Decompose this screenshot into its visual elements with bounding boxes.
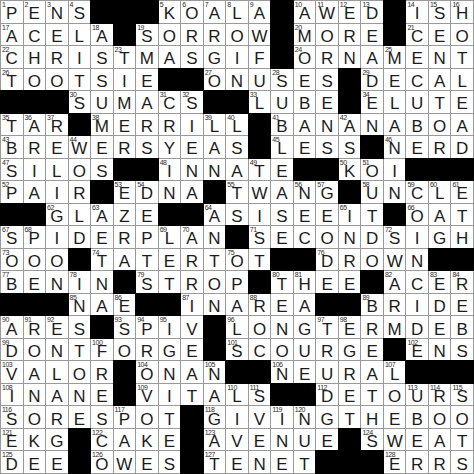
letter-cell[interactable]: 78I — [69, 271, 91, 293]
letter-cell[interactable]: 93S — [114, 316, 136, 338]
letter-cell[interactable]: E — [429, 316, 451, 338]
letter-cell[interactable]: 126O — [91, 451, 113, 473]
letter-cell[interactable]: T — [451, 204, 473, 226]
letter-cell[interactable]: 55T — [226, 181, 248, 203]
letter-cell[interactable]: O — [159, 24, 181, 46]
letter-cell[interactable]: O — [316, 24, 338, 46]
letter-cell[interactable]: 31C — [159, 91, 181, 113]
letter-cell[interactable]: 2E — [24, 1, 46, 23]
letter-cell[interactable]: R — [181, 249, 203, 271]
letter-cell[interactable]: 24O — [294, 46, 316, 68]
letter-cell[interactable]: I — [406, 294, 428, 316]
letter-cell[interactable]: O — [226, 24, 248, 46]
letter-cell[interactable]: E — [46, 24, 68, 46]
letter-cell[interactable]: D — [406, 316, 428, 338]
letter-cell[interactable]: A — [24, 361, 46, 383]
letter-cell[interactable]: 36A — [24, 114, 46, 136]
letter-cell[interactable]: O — [316, 226, 338, 248]
letter-cell[interactable]: 96L — [226, 316, 248, 338]
letter-cell[interactable]: 11W — [316, 1, 338, 23]
letter-cell[interactable]: O — [271, 339, 293, 361]
letter-cell[interactable]: E — [339, 271, 361, 293]
letter-cell[interactable]: O — [249, 316, 271, 338]
letter-cell[interactable]: 5K — [159, 1, 181, 23]
letter-cell[interactable]: R — [24, 136, 46, 158]
letter-cell[interactable]: L — [46, 159, 68, 181]
letter-cell[interactable]: T — [451, 429, 473, 451]
letter-cell[interactable]: S — [91, 69, 113, 91]
letter-cell[interactable]: E — [91, 384, 113, 406]
letter-cell[interactable]: 119I — [271, 406, 293, 428]
letter-cell[interactable]: 113U — [406, 384, 428, 406]
letter-cell[interactable]: O — [24, 249, 46, 271]
letter-cell[interactable]: 17A — [1, 24, 23, 46]
letter-cell[interactable]: C — [24, 24, 46, 46]
letter-cell[interactable]: B — [451, 316, 473, 338]
letter-cell[interactable]: 128E — [384, 451, 406, 473]
letter-cell[interactable]: M — [136, 46, 158, 68]
letter-cell[interactable]: 19S — [136, 24, 158, 46]
letter-cell[interactable]: 103V — [1, 361, 23, 383]
letter-cell[interactable]: Z — [114, 204, 136, 226]
letter-cell[interactable]: 25M — [384, 46, 406, 68]
letter-cell[interactable]: 67S — [1, 226, 23, 248]
letter-cell[interactable]: T — [69, 69, 91, 91]
letter-cell[interactable]: 32S — [181, 91, 203, 113]
letter-cell[interactable]: T — [429, 91, 451, 113]
letter-cell[interactable]: U — [294, 339, 316, 361]
letter-cell[interactable]: 69L — [159, 226, 181, 248]
letter-cell[interactable]: S — [69, 316, 91, 338]
letter-cell[interactable]: E — [249, 429, 271, 451]
letter-cell[interactable]: 26T — [1, 69, 23, 91]
letter-cell[interactable]: E — [384, 69, 406, 91]
letter-cell[interactable]: I — [406, 226, 428, 248]
letter-cell[interactable]: O — [429, 406, 451, 428]
letter-cell[interactable]: G — [429, 226, 451, 248]
letter-cell[interactable]: 21C — [406, 24, 428, 46]
letter-cell[interactable]: 108I — [1, 384, 23, 406]
letter-cell[interactable]: B — [294, 91, 316, 113]
letter-cell[interactable]: 112D — [316, 384, 338, 406]
letter-cell[interactable]: 72S — [384, 226, 406, 248]
letter-cell[interactable]: 77B — [1, 271, 23, 293]
letter-cell[interactable]: 3N — [46, 1, 68, 23]
letter-cell[interactable]: 1P — [1, 1, 23, 23]
letter-cell[interactable]: N — [361, 114, 383, 136]
letter-cell[interactable]: A — [114, 429, 136, 451]
letter-cell[interactable]: 83E — [429, 271, 451, 293]
letter-cell[interactable]: S — [271, 204, 293, 226]
letter-cell[interactable]: R — [136, 114, 158, 136]
letter-cell[interactable]: N — [316, 114, 338, 136]
letter-cell[interactable]: C — [249, 339, 271, 361]
letter-cell[interactable]: R — [46, 406, 68, 428]
letter-cell[interactable]: A — [451, 114, 473, 136]
letter-cell[interactable]: 12E — [339, 1, 361, 23]
letter-cell[interactable]: H — [451, 226, 473, 248]
letter-cell[interactable]: N — [69, 384, 91, 406]
letter-cell[interactable]: 107L — [384, 361, 406, 383]
letter-cell[interactable]: 122C — [91, 429, 113, 451]
letter-cell[interactable]: 56N — [294, 181, 316, 203]
letter-cell[interactable]: T — [339, 406, 361, 428]
letter-cell[interactable]: E — [91, 226, 113, 248]
letter-cell[interactable]: E — [406, 136, 428, 158]
letter-cell[interactable]: A — [159, 46, 181, 68]
letter-cell[interactable]: 30S — [69, 91, 91, 113]
letter-cell[interactable]: N — [406, 249, 428, 271]
letter-cell[interactable]: O — [46, 249, 68, 271]
letter-cell[interactable]: 86E — [114, 294, 136, 316]
letter-cell[interactable]: N — [204, 226, 226, 248]
letter-cell[interactable]: N — [384, 181, 406, 203]
letter-cell[interactable]: U — [271, 91, 293, 113]
letter-cell[interactable]: 60L — [429, 181, 451, 203]
letter-cell[interactable]: T — [69, 339, 91, 361]
letter-cell[interactable]: 105N — [204, 361, 226, 383]
letter-cell[interactable]: O — [384, 384, 406, 406]
letter-cell[interactable]: 65I — [339, 204, 361, 226]
letter-cell[interactable]: A — [91, 294, 113, 316]
letter-cell[interactable]: R — [316, 46, 338, 68]
letter-cell[interactable]: T — [136, 249, 158, 271]
letter-cell[interactable]: U — [316, 361, 338, 383]
letter-cell[interactable]: 74T — [91, 249, 113, 271]
letter-cell[interactable]: A — [384, 114, 406, 136]
letter-cell[interactable]: 101S — [226, 339, 248, 361]
letter-cell[interactable]: E — [361, 24, 383, 46]
letter-cell[interactable]: E — [429, 24, 451, 46]
letter-cell[interactable]: A — [429, 204, 451, 226]
letter-cell[interactable]: T — [204, 249, 226, 271]
letter-cell[interactable]: V — [249, 406, 271, 428]
letter-cell[interactable]: G — [316, 406, 338, 428]
letter-cell[interactable]: B — [406, 114, 428, 136]
letter-cell[interactable]: A — [294, 114, 316, 136]
letter-cell[interactable]: R — [136, 339, 158, 361]
letter-cell[interactable]: 10A — [294, 1, 316, 23]
letter-cell[interactable]: N — [159, 181, 181, 203]
letter-cell[interactable]: S — [451, 451, 473, 473]
letter-cell[interactable]: V — [181, 316, 203, 338]
letter-cell[interactable]: O — [69, 159, 91, 181]
letter-cell[interactable]: 98E — [339, 316, 361, 338]
letter-cell[interactable]: L — [46, 361, 68, 383]
letter-cell[interactable]: S — [316, 136, 338, 158]
letter-cell[interactable]: I — [69, 46, 91, 68]
letter-cell[interactable]: N — [271, 429, 293, 451]
letter-cell[interactable]: 37R — [46, 114, 68, 136]
letter-cell[interactable]: D — [361, 226, 383, 248]
letter-cell[interactable]: R — [159, 114, 181, 136]
letter-cell[interactable]: 29D — [361, 69, 383, 91]
letter-cell[interactable]: Y — [159, 136, 181, 158]
letter-cell[interactable]: 28S — [271, 69, 293, 91]
letter-cell[interactable]: G — [159, 339, 181, 361]
letter-cell[interactable]: 92E — [46, 316, 68, 338]
letter-cell[interactable]: A — [136, 91, 158, 113]
letter-cell[interactable]: 45L — [271, 136, 293, 158]
letter-cell[interactable]: 81H — [294, 271, 316, 293]
letter-cell[interactable]: O — [136, 406, 158, 428]
letter-cell[interactable]: B — [406, 406, 428, 428]
letter-cell[interactable]: 54D — [136, 181, 158, 203]
letter-cell[interactable]: 84R — [451, 271, 473, 293]
letter-cell[interactable]: I — [46, 226, 68, 248]
letter-cell[interactable]: 14I — [406, 1, 428, 23]
letter-cell[interactable]: R — [204, 24, 226, 46]
letter-cell[interactable]: A — [204, 136, 226, 158]
letter-cell[interactable]: A — [204, 384, 226, 406]
letter-cell[interactable]: T — [361, 384, 383, 406]
letter-cell[interactable]: D — [451, 136, 473, 158]
letter-cell[interactable]: M — [114, 91, 136, 113]
letter-cell[interactable]: T — [249, 249, 271, 271]
letter-cell[interactable]: T — [159, 271, 181, 293]
letter-cell[interactable]: 71S — [249, 226, 271, 248]
letter-cell[interactable]: K — [24, 429, 46, 451]
letter-cell[interactable]: E — [136, 204, 158, 226]
letter-cell[interactable]: O — [204, 271, 226, 293]
letter-cell[interactable]: 27O — [204, 69, 226, 91]
letter-cell[interactable]: E — [316, 204, 338, 226]
letter-cell[interactable]: E — [406, 46, 428, 68]
letter-cell[interactable]: 120N — [294, 406, 316, 428]
letter-cell[interactable]: O — [451, 406, 473, 428]
letter-cell[interactable]: A — [226, 294, 248, 316]
letter-cell[interactable]: O — [361, 249, 383, 271]
letter-cell[interactable]: L — [69, 24, 91, 46]
letter-cell[interactable]: E — [316, 429, 338, 451]
letter-cell[interactable]: E — [114, 114, 136, 136]
letter-cell[interactable]: I — [181, 114, 203, 136]
letter-cell[interactable]: 90A — [1, 316, 23, 338]
letter-cell[interactable]: 94P — [136, 316, 158, 338]
letter-cell[interactable]: S — [159, 451, 181, 473]
letter-cell[interactable]: 62G — [46, 204, 68, 226]
letter-cell[interactable]: I — [159, 384, 181, 406]
letter-cell[interactable]: T — [361, 204, 383, 226]
letter-cell[interactable]: U — [249, 69, 271, 91]
letter-cell[interactable]: S — [226, 204, 248, 226]
letter-cell[interactable]: E — [46, 136, 68, 158]
letter-cell[interactable]: 57G — [316, 181, 338, 203]
letter-cell[interactable]: S — [226, 136, 248, 158]
letter-cell[interactable]: P — [136, 226, 158, 248]
letter-cell[interactable]: 40L — [226, 114, 248, 136]
letter-cell[interactable]: 87I — [181, 294, 203, 316]
letter-cell[interactable]: W — [384, 429, 406, 451]
letter-cell[interactable]: G — [294, 316, 316, 338]
letter-cell[interactable]: N — [339, 46, 361, 68]
letter-cell[interactable]: N — [91, 271, 113, 293]
letter-cell[interactable]: 97T — [316, 316, 338, 338]
letter-cell[interactable]: 13D — [361, 1, 383, 23]
letter-cell[interactable]: E — [271, 226, 293, 248]
letter-cell[interactable]: U — [91, 91, 113, 113]
letter-cell[interactable]: E — [69, 406, 91, 428]
letter-cell[interactable]: N — [339, 226, 361, 248]
letter-cell[interactable]: I — [46, 181, 68, 203]
letter-cell[interactable]: 88R — [249, 294, 271, 316]
letter-cell[interactable]: E — [294, 204, 316, 226]
letter-cell[interactable]: G — [204, 46, 226, 68]
letter-cell[interactable]: E — [181, 339, 203, 361]
letter-cell[interactable]: 38M — [91, 114, 113, 136]
letter-cell[interactable]: V — [226, 429, 248, 451]
letter-cell[interactable]: W — [384, 249, 406, 271]
letter-cell[interactable]: T — [159, 406, 181, 428]
letter-cell[interactable]: N — [24, 384, 46, 406]
letter-cell[interactable]: 70A — [181, 226, 203, 248]
letter-cell[interactable]: 4S — [69, 1, 91, 23]
letter-cell[interactable]: 50K — [339, 159, 361, 181]
letter-cell[interactable]: 61E — [451, 181, 473, 203]
letter-cell[interactable]: R — [429, 136, 451, 158]
letter-cell[interactable]: E — [226, 451, 248, 473]
letter-cell[interactable]: 100F — [91, 339, 113, 361]
letter-cell[interactable]: 89B — [361, 294, 383, 316]
letter-cell[interactable]: R — [339, 361, 361, 383]
letter-cell[interactable]: O — [24, 339, 46, 361]
letter-cell[interactable]: C — [406, 271, 428, 293]
letter-cell[interactable]: A — [46, 384, 68, 406]
letter-cell[interactable]: 109V — [136, 384, 158, 406]
letter-cell[interactable]: 58U — [361, 181, 383, 203]
letter-cell[interactable]: R — [316, 339, 338, 361]
letter-cell[interactable]: R — [91, 361, 113, 383]
letter-cell[interactable]: S — [451, 339, 473, 361]
letter-cell[interactable]: 118G — [204, 406, 226, 428]
letter-cell[interactable]: W — [249, 24, 271, 46]
letter-cell[interactable]: A — [429, 429, 451, 451]
letter-cell[interactable]: C — [406, 69, 428, 91]
letter-cell[interactable]: C — [294, 226, 316, 248]
letter-cell[interactable]: 115S — [451, 384, 473, 406]
letter-cell[interactable]: 124S — [361, 429, 383, 451]
letter-cell[interactable]: R — [46, 46, 68, 68]
letter-cell[interactable]: E — [339, 384, 361, 406]
letter-cell[interactable]: 82A — [384, 271, 406, 293]
letter-cell[interactable]: E — [294, 69, 316, 91]
letter-cell[interactable]: R — [339, 24, 361, 46]
letter-cell[interactable]: A — [181, 181, 203, 203]
letter-cell[interactable]: 9A — [249, 1, 271, 23]
letter-cell[interactable]: S — [181, 46, 203, 68]
letter-cell[interactable]: 44W — [69, 136, 91, 158]
letter-cell[interactable]: 116S — [1, 406, 23, 428]
letter-cell[interactable]: L — [384, 91, 406, 113]
letter-cell[interactable]: 95I — [159, 316, 181, 338]
letter-cell[interactable]: T — [451, 46, 473, 68]
letter-cell[interactable]: E — [271, 294, 293, 316]
letter-cell[interactable]: N — [181, 159, 203, 181]
letter-cell[interactable]: S — [91, 159, 113, 181]
letter-cell[interactable]: D — [429, 294, 451, 316]
letter-cell[interactable]: N — [249, 451, 271, 473]
letter-cell[interactable]: I — [226, 46, 248, 68]
letter-cell[interactable]: S — [339, 136, 361, 158]
letter-cell[interactable]: 68P — [24, 226, 46, 248]
letter-cell[interactable]: E — [271, 159, 293, 181]
letter-cell[interactable]: 127T — [204, 451, 226, 473]
letter-cell[interactable]: 39L — [204, 114, 226, 136]
letter-cell[interactable]: W — [249, 181, 271, 203]
letter-cell[interactable]: I — [226, 406, 248, 428]
letter-cell[interactable]: A — [294, 294, 316, 316]
letter-cell[interactable]: O — [429, 114, 451, 136]
letter-cell[interactable]: 63A — [91, 204, 113, 226]
letter-cell[interactable]: 76D — [316, 249, 338, 271]
letter-cell[interactable]: E — [159, 249, 181, 271]
letter-cell[interactable]: E — [361, 339, 383, 361]
letter-cell[interactable]: 121E — [1, 429, 23, 451]
letter-cell[interactable]: E — [316, 271, 338, 293]
letter-cell[interactable]: 46N — [384, 136, 406, 158]
letter-cell[interactable]: S — [91, 406, 113, 428]
letter-cell[interactable]: 49T — [249, 159, 271, 181]
letter-cell[interactable]: T — [181, 384, 203, 406]
letter-cell[interactable]: 47S — [1, 159, 23, 181]
letter-cell[interactable]: 73O — [1, 249, 23, 271]
letter-cell[interactable]: P — [226, 271, 248, 293]
letter-cell[interactable]: I — [384, 159, 406, 181]
letter-cell[interactable]: 43B — [1, 136, 23, 158]
letter-cell[interactable]: L — [451, 69, 473, 91]
letter-cell[interactable]: D — [69, 226, 91, 248]
letter-cell[interactable]: 35T — [1, 114, 23, 136]
letter-cell[interactable]: 75O — [226, 249, 248, 271]
letter-cell[interactable]: R — [429, 451, 451, 473]
letter-cell[interactable]: O — [69, 361, 91, 383]
letter-cell[interactable]: A — [361, 46, 383, 68]
letter-cell[interactable]: R — [384, 294, 406, 316]
letter-cell[interactable]: N — [46, 271, 68, 293]
letter-cell[interactable]: O — [451, 24, 473, 46]
letter-cell[interactable]: O — [46, 69, 68, 91]
letter-cell[interactable]: E — [136, 69, 158, 91]
letter-cell[interactable]: E — [181, 136, 203, 158]
letter-cell[interactable]: 104O — [136, 361, 158, 383]
letter-cell[interactable]: R — [339, 249, 361, 271]
letter-cell[interactable]: K — [136, 429, 158, 451]
letter-cell[interactable]: E — [316, 91, 338, 113]
letter-cell[interactable]: 111S — [249, 384, 271, 406]
letter-cell[interactable]: S — [316, 69, 338, 91]
letter-cell[interactable]: A — [361, 361, 383, 383]
letter-cell[interactable]: W — [114, 451, 136, 473]
letter-cell[interactable]: H — [24, 46, 46, 68]
letter-cell[interactable]: 66O — [406, 204, 428, 226]
letter-cell[interactable]: O — [114, 339, 136, 361]
letter-cell[interactable]: U — [294, 429, 316, 451]
letter-cell[interactable]: 8L — [226, 1, 248, 23]
letter-cell[interactable]: R — [181, 271, 203, 293]
letter-cell[interactable]: M — [384, 316, 406, 338]
letter-cell[interactable]: N — [271, 316, 293, 338]
letter-cell[interactable]: 20M — [294, 24, 316, 46]
letter-cell[interactable]: 15S — [429, 1, 451, 23]
letter-cell[interactable]: R — [114, 136, 136, 158]
letter-cell[interactable]: R — [181, 24, 203, 46]
letter-cell[interactable]: N — [429, 339, 451, 361]
letter-cell[interactable]: E — [384, 406, 406, 428]
letter-cell[interactable]: E — [451, 294, 473, 316]
letter-cell[interactable]: I — [114, 69, 136, 91]
letter-cell[interactable]: N — [204, 159, 226, 181]
letter-cell[interactable]: R — [406, 451, 428, 473]
